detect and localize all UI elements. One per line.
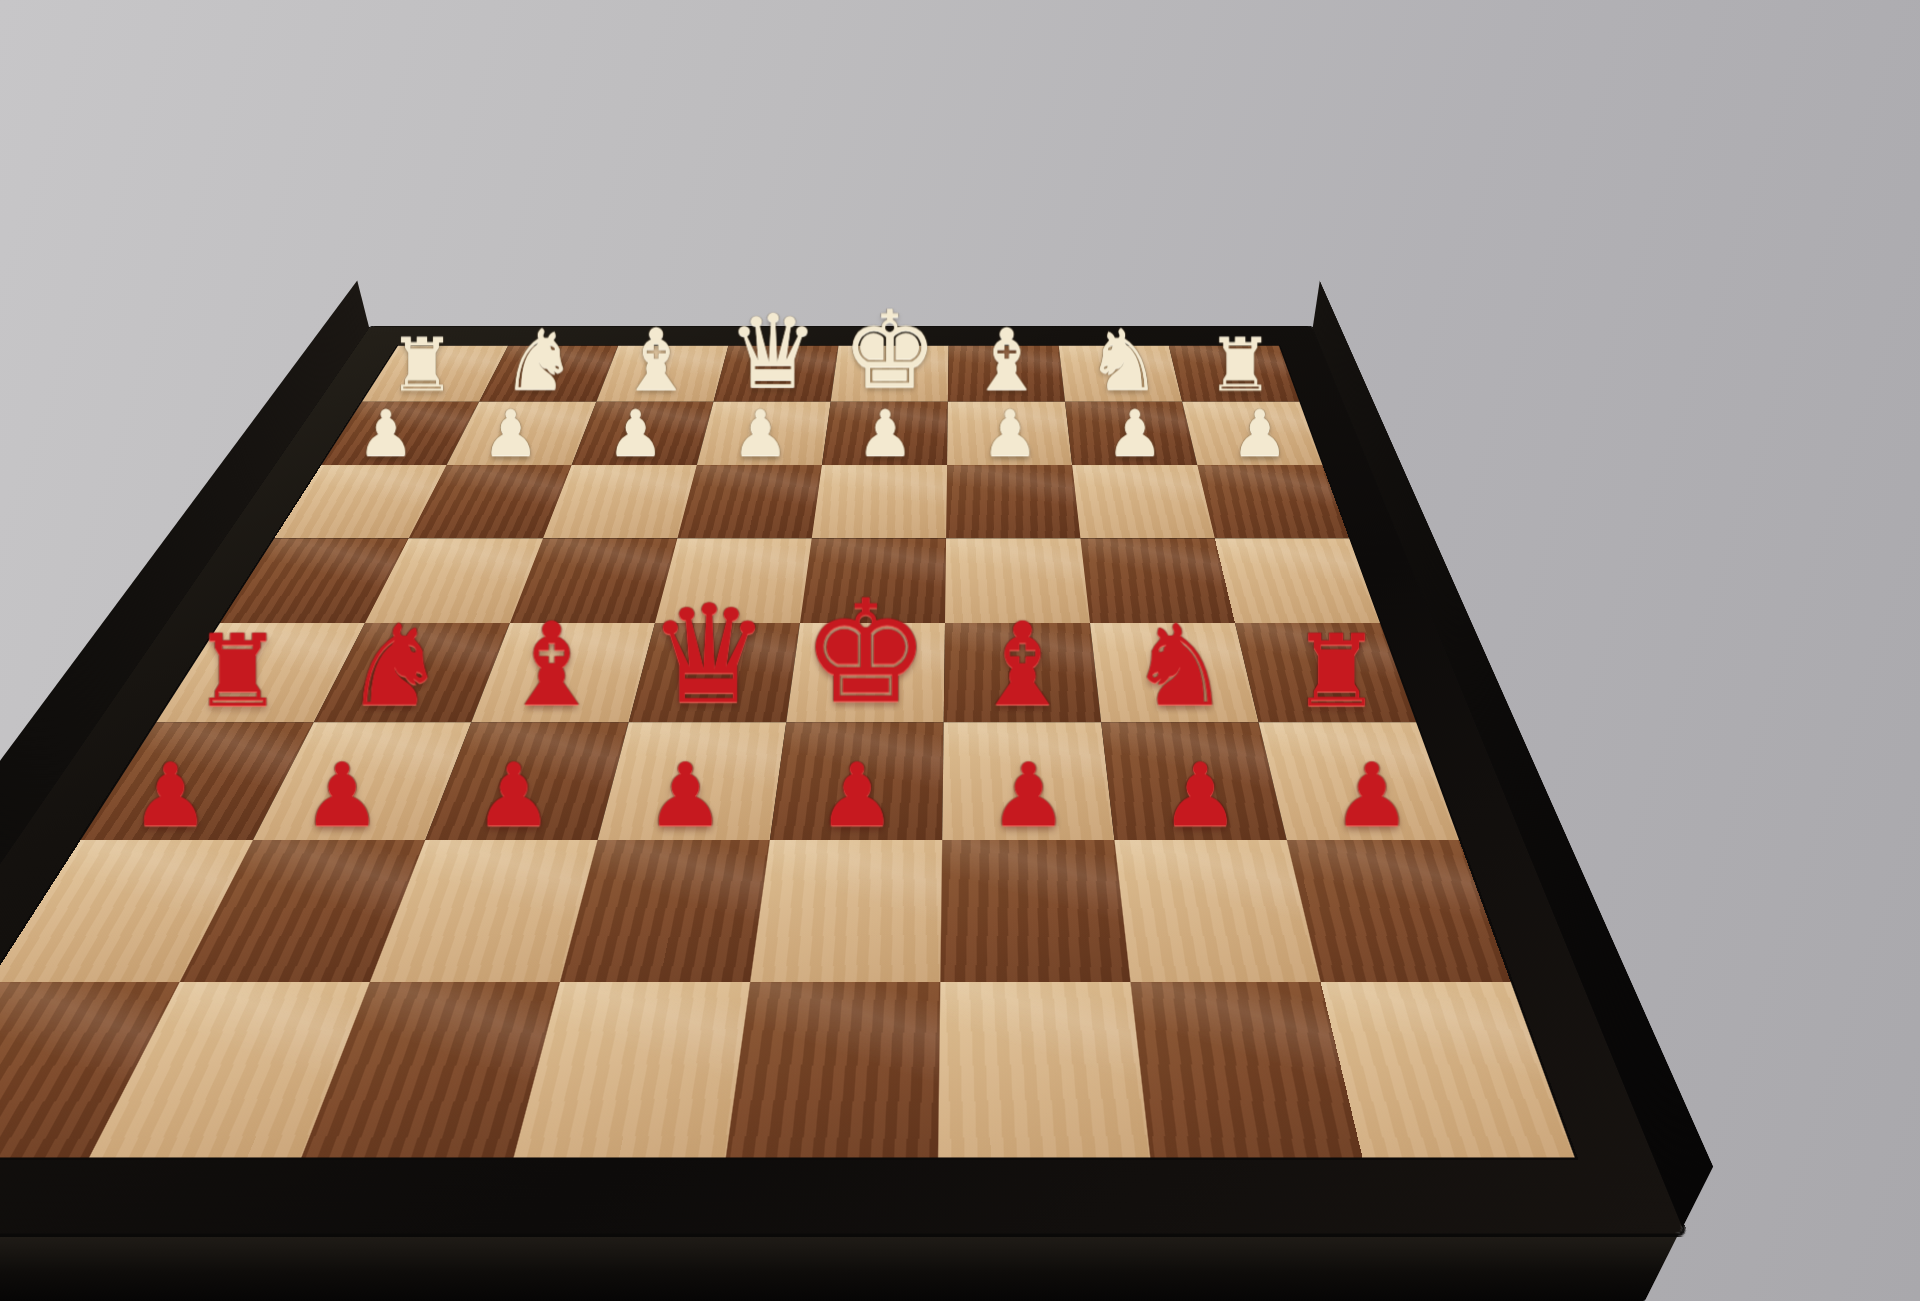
square-sheen <box>446 401 596 465</box>
square-sheen <box>560 839 770 981</box>
square-a7: ♟ <box>321 401 479 465</box>
square-b8: ♞ <box>479 345 618 401</box>
square-h8: ♜ <box>1169 345 1300 401</box>
square-sheen <box>1215 538 1380 623</box>
square-sheen <box>948 345 1065 401</box>
chessboard-frame: ♜♞♝♛♚♝♞♜♟♟♟♟♟♟♟♟♜♞♝♛♚♝♞♜♟♟♟♟♟♟♟♟ <box>0 326 1685 1233</box>
square-h4: ♜ <box>1235 623 1416 722</box>
piece-white-king: ♚ <box>842 301 937 399</box>
square-b6 <box>409 465 572 538</box>
square-sheen <box>812 465 947 538</box>
piece-white-rook: ♜ <box>1207 331 1273 399</box>
square-c2 <box>370 839 598 981</box>
square-sheen <box>274 465 446 538</box>
square-f1 <box>938 982 1150 1157</box>
square-sheen <box>1114 839 1320 981</box>
square-f4: ♝ <box>944 623 1101 722</box>
square-sheen <box>726 982 940 1157</box>
piece-white-queen: ♛ <box>727 305 818 398</box>
square-sheen <box>1182 401 1322 465</box>
piece-red-king: ♚ <box>801 586 929 717</box>
square-h2 <box>1287 839 1511 981</box>
piece-white-pawn: ♟ <box>606 404 663 463</box>
square-sheen <box>940 839 1130 981</box>
piece-white-knight: ♞ <box>1086 322 1161 399</box>
piece-red-pawn: ♟ <box>131 754 210 835</box>
square-g3: ♟ <box>1101 722 1287 840</box>
piece-red-pawn: ♟ <box>817 754 896 835</box>
square-sheen <box>596 345 728 401</box>
piece-red-rook: ♜ <box>1291 626 1380 718</box>
piece-white-pawn: ♟ <box>482 404 539 463</box>
square-h1 <box>1321 982 1575 1157</box>
square-c6 <box>543 465 697 538</box>
square-g4: ♞ <box>1090 623 1259 722</box>
photo-scene: ♜♞♝♛♚♝♞♜♟♟♟♟♟♟♟♟♜♞♝♛♚♝♞♜♟♟♟♟♟♟♟♟ <box>0 0 1920 1301</box>
chessboard: ♜♞♝♛♚♝♞♜♟♟♟♟♟♟♟♟♜♞♝♛♚♝♞♜♟♟♟♟♟♟♟♟ <box>0 345 1575 1156</box>
square-e7: ♟ <box>822 401 948 465</box>
square-g6 <box>1072 465 1215 538</box>
piece-red-pawn: ♟ <box>1160 754 1239 835</box>
square-sheen <box>697 401 831 465</box>
square-g2 <box>1114 839 1320 981</box>
piece-white-rook: ♜ <box>389 331 455 399</box>
square-sheen <box>362 345 508 401</box>
piece-red-knight: ♞ <box>1129 614 1230 718</box>
square-d4: ♛ <box>629 623 800 722</box>
frame-front-edge <box>0 1233 1679 1301</box>
piece-white-pawn: ♟ <box>856 404 913 463</box>
square-sheen <box>479 345 618 401</box>
piece-red-pawn: ♟ <box>1332 754 1411 835</box>
square-f8: ♝ <box>948 345 1065 401</box>
square-sheen <box>822 401 948 465</box>
square-c8: ♝ <box>596 345 728 401</box>
square-d6 <box>677 465 821 538</box>
chessboard-tilted-plane: ♜♞♝♛♚♝♞♜♟♟♟♟♟♟♟♟♜♞♝♛♚♝♞♜♟♟♟♟♟♟♟♟ <box>0 326 1685 1233</box>
square-sheen <box>1287 839 1511 981</box>
piece-white-knight: ♞ <box>501 322 576 399</box>
square-sheen <box>1065 401 1197 465</box>
square-e4: ♚ <box>786 623 945 722</box>
square-d3: ♟ <box>598 722 787 840</box>
piece-red-bishop: ♝ <box>971 612 1074 718</box>
square-sheen <box>409 465 572 538</box>
square-e3: ♟ <box>770 722 944 840</box>
square-e8: ♚ <box>831 345 949 401</box>
piece-white-pawn: ♟ <box>1231 404 1288 463</box>
square-d2 <box>560 839 770 981</box>
square-e1 <box>726 982 940 1157</box>
piece-red-bishop: ♝ <box>500 612 603 718</box>
square-sheen <box>831 345 949 401</box>
square-sheen <box>1072 465 1215 538</box>
square-h6 <box>1197 465 1349 538</box>
square-f7: ♟ <box>947 401 1072 465</box>
piece-red-pawn: ♟ <box>989 754 1068 835</box>
square-e6 <box>812 465 947 538</box>
square-sheen <box>321 401 479 465</box>
square-sheen <box>1059 345 1182 401</box>
piece-red-pawn: ♟ <box>646 754 725 835</box>
square-sheen <box>750 839 942 981</box>
square-d8: ♛ <box>714 345 839 401</box>
piece-white-pawn: ♟ <box>981 404 1038 463</box>
square-d7: ♟ <box>697 401 831 465</box>
square-g8: ♞ <box>1059 345 1182 401</box>
square-h3: ♟ <box>1259 722 1459 840</box>
square-sheen <box>946 465 1080 538</box>
square-sheen <box>572 401 714 465</box>
square-sheen <box>1169 345 1300 401</box>
piece-red-knight: ♞ <box>344 614 445 718</box>
piece-red-queen: ♛ <box>647 592 769 717</box>
square-sheen <box>370 839 598 981</box>
piece-white-pawn: ♟ <box>1106 404 1163 463</box>
piece-red-pawn: ♟ <box>474 754 553 835</box>
square-f6 <box>946 465 1080 538</box>
square-h7: ♟ <box>1182 401 1322 465</box>
square-b7: ♟ <box>446 401 596 465</box>
piece-white-bishop: ♝ <box>617 320 694 399</box>
piece-red-pawn: ♟ <box>302 754 381 835</box>
square-sheen <box>1321 982 1575 1157</box>
square-sheen <box>677 465 821 538</box>
piece-white-pawn: ♟ <box>731 404 788 463</box>
square-g7: ♟ <box>1065 401 1197 465</box>
square-a6 <box>274 465 446 538</box>
piece-red-rook: ♜ <box>193 626 282 718</box>
square-sheen <box>1197 465 1349 538</box>
square-sheen <box>543 465 697 538</box>
square-e2 <box>750 839 942 981</box>
square-a8: ♜ <box>362 345 508 401</box>
piece-white-bishop: ♝ <box>968 320 1045 399</box>
square-sheen <box>714 345 839 401</box>
square-sheen <box>938 982 1150 1157</box>
square-c3: ♟ <box>425 722 628 840</box>
square-c7: ♟ <box>572 401 714 465</box>
square-h5 <box>1215 538 1380 623</box>
piece-white-pawn: ♟ <box>357 404 414 463</box>
chessboard-anchor: ♜♞♝♛♚♝♞♜♟♟♟♟♟♟♟♟♜♞♝♛♚♝♞♜♟♟♟♟♟♟♟♟ <box>166 0 1434 1257</box>
square-f3: ♟ <box>942 722 1114 840</box>
square-f2 <box>940 839 1130 981</box>
square-sheen <box>947 401 1072 465</box>
